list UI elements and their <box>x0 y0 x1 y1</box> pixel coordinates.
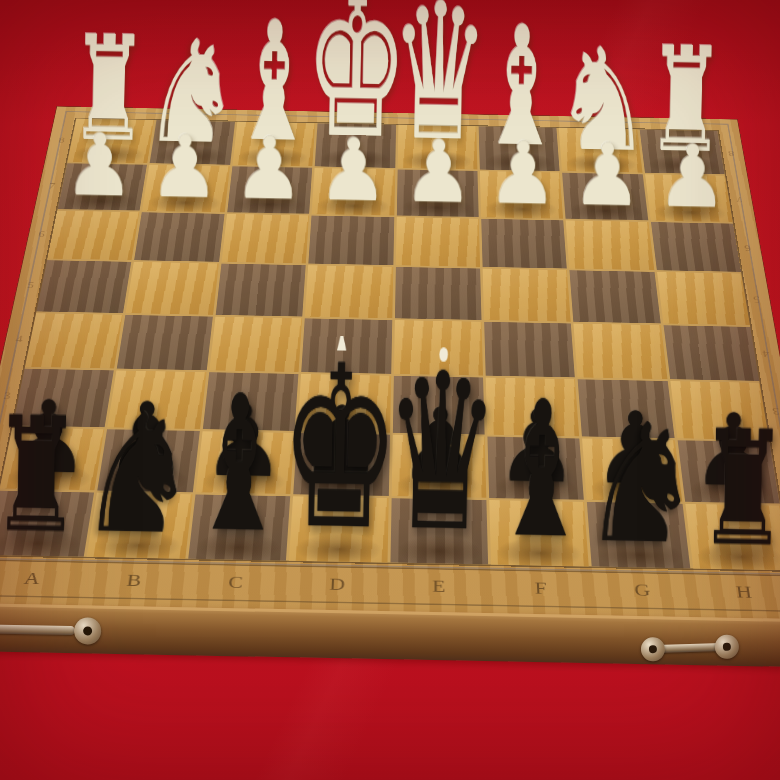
metal-clasp-right <box>641 633 740 662</box>
square-b6 <box>134 212 224 262</box>
clasp-arm <box>0 624 75 635</box>
square-a7: ♟ <box>58 163 148 210</box>
square-g6 <box>566 220 654 270</box>
black-bishop-f1: ♝ <box>491 376 592 565</box>
square-e5 <box>394 267 481 320</box>
square-c5 <box>215 264 305 317</box>
square-h4 <box>663 325 759 381</box>
square-g5 <box>570 270 661 323</box>
square-d7: ♟ <box>312 168 395 215</box>
black-rook-a1: ♜ <box>0 396 83 555</box>
square-h1: ♜ <box>685 504 780 571</box>
square-c6 <box>221 214 309 264</box>
metal-clasp-left <box>0 616 101 646</box>
clasp-pin <box>83 626 92 635</box>
square-f7: ♟ <box>480 171 564 218</box>
rank-label-5-right: 5 <box>753 294 761 304</box>
square-f1: ♝ <box>489 500 589 567</box>
white-pawn-g7: ♟ <box>572 132 643 219</box>
table-tilt-wrapper: ♜♞♝♚♛♝♞♜♟♟♟♟♟♟♟♟♟♟♟♟♟♟♟♟♜♞♝♚♛♝♞♜ 8765432… <box>0 0 780 780</box>
black-queen-e1: ♛ <box>382 345 501 563</box>
square-f5 <box>483 269 571 322</box>
square-d1: ♚ <box>289 496 388 563</box>
square-g7: ♟ <box>562 173 648 220</box>
square-d6 <box>308 215 393 265</box>
black-knight-b1: ♞ <box>76 391 200 557</box>
file-label-b: B <box>125 570 142 591</box>
board-squares-grid: ♜♞♝♚♛♝♞♜♟♟♟♟♟♟♟♟♟♟♟♟♟♟♟♟♜♞♝♚♛♝♞♜ <box>0 119 780 571</box>
black-rook-h1: ♜ <box>697 410 780 569</box>
rank-label-6-left: 6 <box>37 230 45 240</box>
square-f6 <box>481 219 567 269</box>
square-h7: ♟ <box>645 174 733 221</box>
rank-label-7-right: 7 <box>736 195 744 204</box>
file-label-d: D <box>329 574 346 595</box>
rank-label-4-left: 4 <box>15 334 24 345</box>
square-b7: ♟ <box>142 165 229 212</box>
square-a4 <box>25 313 123 368</box>
rank-label-5-left: 5 <box>26 280 35 290</box>
black-bishop-c1: ♝ <box>189 370 290 559</box>
file-label-e: E <box>432 576 445 597</box>
square-c7: ♟ <box>227 167 312 214</box>
square-d5 <box>305 265 393 318</box>
square-a5 <box>36 260 131 312</box>
file-label-h: H <box>735 582 754 603</box>
white-pawn-b7: ♟ <box>149 124 220 211</box>
rank-label-6-right: 6 <box>744 243 752 253</box>
white-pawn-f7: ♟ <box>487 130 558 217</box>
rank-label-4-right: 4 <box>762 348 770 359</box>
square-h6 <box>651 222 741 272</box>
white-pawn-h7: ♟ <box>657 133 728 220</box>
white-pawn-e7: ♟ <box>403 128 474 215</box>
file-label-f: F <box>534 578 547 599</box>
square-e1: ♛ <box>390 498 488 565</box>
square-a6 <box>47 211 139 261</box>
white-pawn-c7: ♟ <box>233 125 304 212</box>
rank-label-7-left: 7 <box>48 182 56 191</box>
file-label-c: C <box>227 572 243 593</box>
file-label-a: A <box>22 568 41 589</box>
square-c1: ♝ <box>188 494 290 560</box>
chess-photo-scene: ♜♞♝♚♛♝♞♜♟♟♟♟♟♟♟♟♟♟♟♟♟♟♟♟♜♞♝♚♛♝♞♜ 8765432… <box>0 0 780 780</box>
chess-board: ♜♞♝♚♛♝♞♜♟♟♟♟♟♟♟♟♟♟♟♟♟♟♟♟♜♞♝♚♛♝♞♜ 8765432… <box>0 107 780 622</box>
square-e6 <box>395 217 479 267</box>
square-h5 <box>657 272 750 325</box>
square-b5 <box>126 262 219 315</box>
white-pawn-d7: ♟ <box>318 127 389 214</box>
square-e7: ♟ <box>396 170 478 217</box>
white-pawn-a7: ♟ <box>64 122 135 209</box>
file-label-g: G <box>633 580 651 601</box>
square-b1: ♞ <box>87 492 192 558</box>
file-labels: ABCDEFGH <box>0 563 780 609</box>
rank-label-8-right: 8 <box>728 149 735 158</box>
square-g1: ♞ <box>587 502 690 569</box>
black-knight-g1: ♞ <box>580 401 704 567</box>
